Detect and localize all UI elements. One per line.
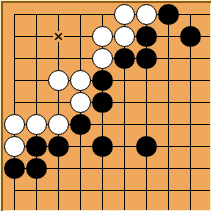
black-stone: [136, 48, 157, 69]
board-frame-right-light: [210, 0, 211, 211]
white-stone: [26, 114, 47, 135]
white-stone: [4, 114, 25, 135]
grid-line-vertical: [168, 14, 169, 211]
white-stone: [48, 70, 69, 91]
black-stone: [180, 26, 201, 47]
grid-line-vertical: [36, 14, 37, 211]
board-frame-bottom-light: [0, 210, 211, 211]
black-stone: [136, 26, 157, 47]
black-stone: [158, 4, 179, 25]
white-stone: [4, 136, 25, 157]
grid-line-vertical: [80, 14, 81, 211]
black-stone: [114, 48, 135, 69]
board-frame-left-dark: [1, 1, 3, 211]
black-stone: [26, 158, 47, 179]
white-stone: [92, 48, 113, 69]
grid-line-horizontal: [14, 58, 211, 59]
grid-line-horizontal: [14, 80, 211, 81]
white-stone: [92, 26, 113, 47]
grid-line-horizontal: [14, 190, 211, 191]
x-mark: [53, 31, 64, 42]
board-frame-top-dark: [1, 1, 211, 3]
white-stone: [114, 4, 135, 25]
white-stone: [70, 92, 91, 113]
white-stone: [70, 70, 91, 91]
black-stone: [136, 136, 157, 157]
black-stone: [26, 136, 47, 157]
grid-line-horizontal: [14, 102, 211, 103]
x-mark-glyph: [54, 32, 63, 41]
grid-line-vertical: [58, 14, 59, 211]
black-stone: [70, 114, 91, 135]
grid-line-horizontal: [14, 14, 211, 15]
black-stone: [92, 70, 113, 91]
white-stone: [48, 114, 69, 135]
black-stone: [4, 158, 25, 179]
go-board: [0, 0, 211, 211]
black-stone: [48, 136, 69, 157]
grid-line-vertical: [14, 14, 15, 211]
white-stone: [136, 4, 157, 25]
black-stone: [92, 136, 113, 157]
white-stone: [114, 26, 135, 47]
black-stone: [92, 92, 113, 113]
